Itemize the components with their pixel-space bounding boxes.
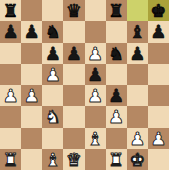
square-b7[interactable]: ♟: [21, 21, 42, 42]
black-pawn[interactable]: ♟: [108, 85, 124, 106]
square-e5[interactable]: ♟: [85, 64, 106, 85]
square-e1[interactable]: [85, 149, 106, 170]
black-bishop[interactable]: ♝: [129, 21, 145, 42]
white-pawn[interactable]: ♟: [150, 128, 166, 149]
square-d4[interactable]: [63, 85, 84, 106]
white-pawn[interactable]: ♟: [129, 128, 145, 149]
square-c1[interactable]: ♝: [42, 149, 63, 170]
black-pawn[interactable]: ♟: [129, 43, 145, 64]
white-rook[interactable]: ♜: [108, 149, 124, 170]
square-f2[interactable]: [106, 128, 127, 149]
white-queen[interactable]: ♛: [66, 149, 82, 170]
square-b4[interactable]: ♟: [21, 85, 42, 106]
black-pawn[interactable]: ♟: [66, 43, 82, 64]
square-g5[interactable]: [127, 64, 148, 85]
square-e4[interactable]: ♟: [85, 85, 106, 106]
white-pawn[interactable]: ♟: [87, 85, 103, 106]
square-e6[interactable]: ♟: [85, 43, 106, 64]
square-g3[interactable]: [127, 106, 148, 127]
black-queen[interactable]: ♛: [66, 0, 82, 21]
square-c8[interactable]: [42, 0, 63, 21]
square-d8[interactable]: ♛: [63, 0, 84, 21]
black-rook[interactable]: ♜: [108, 0, 124, 21]
square-d5[interactable]: [63, 64, 84, 85]
square-f4[interactable]: ♟: [106, 85, 127, 106]
square-f3[interactable]: ♟: [106, 106, 127, 127]
square-d6[interactable]: ♟: [63, 43, 84, 64]
square-b2[interactable]: [21, 128, 42, 149]
white-pawn[interactable]: ♟: [24, 85, 40, 106]
chess-board: ♜♛♜♚♟♟♞♝♟♟♟♟♞♟♟♟♟♟♟♟♞♟♝♟♟♜♝♛♜♚: [0, 0, 169, 170]
white-rook[interactable]: ♜: [2, 149, 18, 170]
square-a4[interactable]: ♟: [0, 85, 21, 106]
square-d7[interactable]: [63, 21, 84, 42]
white-bishop[interactable]: ♝: [87, 128, 103, 149]
black-rook[interactable]: ♜: [2, 0, 18, 21]
square-h8[interactable]: ♚: [148, 0, 169, 21]
square-f8[interactable]: ♜: [106, 0, 127, 21]
square-f1[interactable]: ♜: [106, 149, 127, 170]
black-pawn[interactable]: ♟: [87, 64, 103, 85]
square-a3[interactable]: [0, 106, 21, 127]
square-h1[interactable]: [148, 149, 169, 170]
black-knight[interactable]: ♞: [108, 43, 124, 64]
square-h4[interactable]: [148, 85, 169, 106]
black-pawn[interactable]: ♟: [2, 21, 18, 42]
square-a5[interactable]: [0, 64, 21, 85]
square-e3[interactable]: [85, 106, 106, 127]
square-e8[interactable]: [85, 0, 106, 21]
square-h3[interactable]: [148, 106, 169, 127]
square-e2[interactable]: ♝: [85, 128, 106, 149]
white-knight[interactable]: ♞: [45, 106, 61, 127]
square-c4[interactable]: [42, 85, 63, 106]
square-h5[interactable]: [148, 64, 169, 85]
square-c7[interactable]: ♞: [42, 21, 63, 42]
square-c3[interactable]: ♞: [42, 106, 63, 127]
square-c5[interactable]: ♟: [42, 64, 63, 85]
square-g1[interactable]: ♚: [127, 149, 148, 170]
square-a6[interactable]: [0, 43, 21, 64]
black-knight[interactable]: ♞: [45, 21, 61, 42]
square-f5[interactable]: [106, 64, 127, 85]
square-h2[interactable]: ♟: [148, 128, 169, 149]
square-d1[interactable]: ♛: [63, 149, 84, 170]
white-king[interactable]: ♚: [129, 149, 145, 170]
square-a8[interactable]: ♜: [0, 0, 21, 21]
square-c6[interactable]: ♟: [42, 43, 63, 64]
square-d2[interactable]: [63, 128, 84, 149]
black-king[interactable]: ♚: [150, 0, 166, 21]
square-a7[interactable]: ♟: [0, 21, 21, 42]
square-g7[interactable]: ♝: [127, 21, 148, 42]
square-d3[interactable]: [63, 106, 84, 127]
white-bishop[interactable]: ♝: [45, 149, 61, 170]
square-a2[interactable]: [0, 128, 21, 149]
black-pawn[interactable]: ♟: [24, 21, 40, 42]
square-g4[interactable]: [127, 85, 148, 106]
white-pawn[interactable]: ♟: [108, 106, 124, 127]
black-pawn[interactable]: ♟: [45, 43, 61, 64]
square-e7[interactable]: [85, 21, 106, 42]
square-b1[interactable]: [21, 149, 42, 170]
square-a1[interactable]: ♜: [0, 149, 21, 170]
square-b3[interactable]: [21, 106, 42, 127]
square-f7[interactable]: [106, 21, 127, 42]
square-b6[interactable]: [21, 43, 42, 64]
white-pawn[interactable]: ♟: [87, 43, 103, 64]
square-b8[interactable]: [21, 0, 42, 21]
white-pawn[interactable]: ♟: [45, 64, 61, 85]
white-pawn[interactable]: ♟: [2, 85, 18, 106]
square-c2[interactable]: [42, 128, 63, 149]
square-f6[interactable]: ♞: [106, 43, 127, 64]
square-h6[interactable]: [148, 43, 169, 64]
square-h7[interactable]: ♟: [148, 21, 169, 42]
square-g6[interactable]: ♟: [127, 43, 148, 64]
square-g2[interactable]: ♟: [127, 128, 148, 149]
black-pawn[interactable]: ♟: [150, 21, 166, 42]
square-g8[interactable]: [127, 0, 148, 21]
square-b5[interactable]: [21, 64, 42, 85]
